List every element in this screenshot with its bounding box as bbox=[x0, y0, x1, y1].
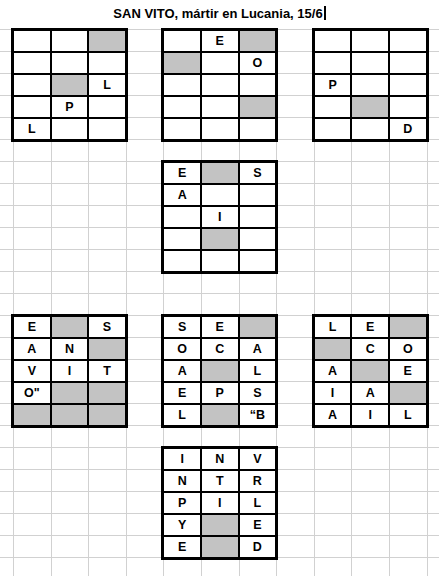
empty-cell[interactable] bbox=[163, 206, 201, 228]
letter-cell[interactable]: I bbox=[201, 492, 239, 514]
empty-cell[interactable] bbox=[351, 118, 389, 140]
letter-cell[interactable]: L bbox=[239, 492, 277, 514]
puzzle-grid-top-left: LPL bbox=[11, 28, 128, 142]
empty-cell[interactable] bbox=[201, 96, 239, 118]
empty-cell[interactable] bbox=[389, 74, 427, 96]
letter-cell[interactable]: E bbox=[389, 360, 427, 382]
empty-cell[interactable] bbox=[239, 250, 277, 272]
empty-cell[interactable] bbox=[13, 30, 51, 52]
blocked-cell[interactable] bbox=[51, 74, 89, 96]
letter-cell[interactable]: I bbox=[51, 360, 89, 382]
letter-cell[interactable]: O bbox=[163, 338, 201, 360]
letter-cell[interactable]: P bbox=[314, 74, 352, 96]
blocked-cell[interactable] bbox=[239, 96, 277, 118]
letter-cell[interactable]: E bbox=[351, 316, 389, 338]
letter-cell[interactable]: A bbox=[314, 404, 352, 426]
empty-cell[interactable] bbox=[163, 228, 201, 250]
empty-cell[interactable] bbox=[201, 52, 239, 74]
empty-cell[interactable] bbox=[13, 74, 51, 96]
blocked-cell[interactable] bbox=[163, 52, 201, 74]
letter-cell[interactable]: I bbox=[163, 448, 201, 470]
letter-cell[interactable]: C bbox=[201, 338, 239, 360]
empty-cell[interactable] bbox=[389, 52, 427, 74]
letter-cell[interactable]: A bbox=[314, 360, 352, 382]
empty-cell[interactable] bbox=[201, 250, 239, 272]
blocked-cell[interactable] bbox=[239, 30, 277, 52]
letter-cell[interactable]: O bbox=[389, 338, 427, 360]
empty-cell[interactable] bbox=[351, 74, 389, 96]
letter-cell[interactable]: O bbox=[239, 52, 277, 74]
empty-cell[interactable] bbox=[239, 118, 277, 140]
empty-cell[interactable] bbox=[51, 30, 89, 52]
empty-cell[interactable] bbox=[314, 30, 352, 52]
puzzle-grid-top-right: PD bbox=[312, 28, 429, 142]
letter-cell[interactable]: E bbox=[239, 514, 277, 536]
letter-cell[interactable]: V bbox=[239, 448, 277, 470]
letter-cell[interactable]: E bbox=[163, 382, 201, 404]
empty-cell[interactable] bbox=[351, 30, 389, 52]
letter-cell[interactable]: P bbox=[51, 96, 89, 118]
letter-cell[interactable]: L bbox=[314, 316, 352, 338]
letter-cell[interactable]: S bbox=[239, 382, 277, 404]
letter-cell[interactable]: Y bbox=[163, 514, 201, 536]
letter-cell[interactable]: I bbox=[201, 206, 239, 228]
letter-cell[interactable]: S bbox=[239, 162, 277, 184]
empty-cell[interactable] bbox=[239, 184, 277, 206]
letter-cell[interactable]: N bbox=[163, 470, 201, 492]
empty-cell[interactable] bbox=[201, 74, 239, 96]
letter-cell[interactable]: S bbox=[163, 316, 201, 338]
empty-cell[interactable] bbox=[389, 30, 427, 52]
empty-cell[interactable] bbox=[163, 96, 201, 118]
blocked-cell[interactable] bbox=[351, 96, 389, 118]
letter-cell[interactable]: A bbox=[351, 382, 389, 404]
empty-cell[interactable] bbox=[163, 74, 201, 96]
text-cursor bbox=[324, 6, 326, 20]
empty-cell[interactable] bbox=[88, 118, 126, 140]
blocked-cell[interactable] bbox=[201, 360, 239, 382]
empty-cell[interactable] bbox=[239, 206, 277, 228]
puzzle-grid-lower-center: SEOCAALEPSL“B bbox=[161, 314, 278, 428]
letter-cell[interactable]: A bbox=[13, 338, 51, 360]
blocked-cell[interactable] bbox=[51, 382, 89, 404]
blocked-cell[interactable] bbox=[201, 228, 239, 250]
empty-cell[interactable] bbox=[201, 184, 239, 206]
blocked-cell[interactable] bbox=[88, 30, 126, 52]
empty-cell[interactable] bbox=[351, 52, 389, 74]
letter-cell[interactable]: D bbox=[389, 118, 427, 140]
blocked-cell[interactable] bbox=[239, 316, 277, 338]
empty-cell[interactable] bbox=[163, 118, 201, 140]
blocked-cell[interactable] bbox=[201, 514, 239, 536]
empty-cell[interactable] bbox=[88, 52, 126, 74]
empty-cell[interactable] bbox=[13, 52, 51, 74]
letter-cell[interactable]: V bbox=[13, 360, 51, 382]
page-title[interactable]: SAN VITO, mártir en Lucania, 15/6 bbox=[0, 6, 439, 21]
letter-cell[interactable]: I bbox=[314, 382, 352, 404]
puzzle-page: SAN VITO, mártir en Lucania, 15/6 LPL EO… bbox=[0, 0, 439, 576]
blocked-cell[interactable] bbox=[389, 382, 427, 404]
letter-cell[interactable]: E bbox=[163, 162, 201, 184]
letter-cell[interactable]: L bbox=[163, 404, 201, 426]
letter-cell[interactable]: E bbox=[163, 536, 201, 558]
letter-cell[interactable]: N bbox=[51, 338, 89, 360]
blocked-cell[interactable] bbox=[389, 316, 427, 338]
letter-cell[interactable]: T bbox=[88, 360, 126, 382]
empty-cell[interactable] bbox=[201, 118, 239, 140]
letter-cell[interactable]: A bbox=[239, 338, 277, 360]
empty-cell[interactable] bbox=[239, 74, 277, 96]
empty-cell[interactable] bbox=[163, 30, 201, 52]
letter-cell[interactable]: E bbox=[13, 316, 51, 338]
letter-cell[interactable]: I bbox=[351, 404, 389, 426]
letter-cell[interactable]: S bbox=[88, 316, 126, 338]
empty-cell[interactable] bbox=[88, 96, 126, 118]
blocked-cell[interactable] bbox=[88, 382, 126, 404]
empty-cell[interactable] bbox=[314, 52, 352, 74]
letter-cell[interactable]: P bbox=[163, 492, 201, 514]
blocked-cell[interactable] bbox=[51, 316, 89, 338]
letter-cell[interactable]: R bbox=[239, 470, 277, 492]
letter-cell[interactable]: “B bbox=[239, 404, 277, 426]
letter-cell[interactable]: P bbox=[201, 382, 239, 404]
puzzle-grid-top-center: EO bbox=[161, 28, 278, 142]
blocked-cell[interactable] bbox=[201, 404, 239, 426]
letter-cell[interactable]: L bbox=[13, 118, 51, 140]
letter-cell[interactable]: N bbox=[201, 448, 239, 470]
blocked-cell[interactable] bbox=[201, 536, 239, 558]
letter-cell[interactable]: T bbox=[201, 470, 239, 492]
letter-cell[interactable]: L bbox=[88, 74, 126, 96]
empty-cell[interactable] bbox=[51, 52, 89, 74]
letter-cell[interactable]: C bbox=[351, 338, 389, 360]
letter-cell[interactable]: E bbox=[201, 316, 239, 338]
empty-cell[interactable] bbox=[13, 96, 51, 118]
letter-cell[interactable]: L bbox=[389, 404, 427, 426]
blocked-cell[interactable] bbox=[13, 404, 51, 426]
letter-cell[interactable]: A bbox=[163, 360, 201, 382]
empty-cell[interactable] bbox=[51, 118, 89, 140]
blocked-cell[interactable] bbox=[88, 338, 126, 360]
blocked-cell[interactable] bbox=[201, 162, 239, 184]
puzzle-grid-bottom-center: INVNTRPILYEED bbox=[161, 446, 278, 560]
page-title-text: SAN VITO, mártir en Lucania, 15/6 bbox=[113, 6, 322, 21]
empty-cell[interactable] bbox=[239, 228, 277, 250]
blocked-cell[interactable] bbox=[351, 360, 389, 382]
empty-cell[interactable] bbox=[163, 250, 201, 272]
blocked-cell[interactable] bbox=[51, 404, 89, 426]
letter-cell[interactable]: D bbox=[239, 536, 277, 558]
empty-cell[interactable] bbox=[314, 96, 352, 118]
letter-cell[interactable]: L bbox=[239, 360, 277, 382]
letter-cell[interactable]: O" bbox=[13, 382, 51, 404]
empty-cell[interactable] bbox=[314, 118, 352, 140]
puzzle-grid-lower-left: ESANVITO" bbox=[11, 314, 128, 428]
puzzle-grid-middle-center: ESAI bbox=[161, 160, 278, 274]
letter-cell[interactable]: A bbox=[163, 184, 201, 206]
letter-cell[interactable]: E bbox=[201, 30, 239, 52]
blocked-cell[interactable] bbox=[88, 404, 126, 426]
empty-cell[interactable] bbox=[389, 96, 427, 118]
blocked-cell[interactable] bbox=[314, 338, 352, 360]
puzzle-grid-lower-right: LECOAEIAAIL bbox=[312, 314, 429, 428]
